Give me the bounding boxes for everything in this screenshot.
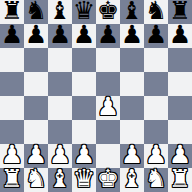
black-pawn-piece[interactable]: ♟ [1,23,23,47]
black-pawn-piece[interactable]: ♟ [145,23,167,47]
black-pawn-piece[interactable]: ♟ [73,23,95,47]
square-g1[interactable]: ♞ [144,168,168,192]
white-queen-piece[interactable]: ♛ [73,167,95,191]
black-pawn-piece[interactable]: ♟ [97,23,119,47]
square-h7[interactable]: ♟ [168,24,192,48]
square-d4[interactable] [72,96,96,120]
white-king-piece[interactable]: ♚ [97,167,119,191]
square-f1[interactable]: ♝ [120,168,144,192]
square-h4[interactable] [168,96,192,120]
black-pawn-piece[interactable]: ♟ [25,23,47,47]
square-f4[interactable] [120,96,144,120]
square-c6[interactable] [48,48,72,72]
black-pawn-piece[interactable]: ♟ [121,23,143,47]
square-b7[interactable]: ♟ [24,24,48,48]
square-g7[interactable]: ♟ [144,24,168,48]
square-c1[interactable]: ♝ [48,168,72,192]
square-d1[interactable]: ♛ [72,168,96,192]
square-g5[interactable] [144,72,168,96]
square-f7[interactable]: ♟ [120,24,144,48]
square-a7[interactable]: ♟ [0,24,24,48]
white-rook-piece[interactable]: ♜ [169,167,191,191]
square-e6[interactable] [96,48,120,72]
square-h1[interactable]: ♜ [168,168,192,192]
black-pawn-piece[interactable]: ♟ [49,23,71,47]
square-b5[interactable] [24,72,48,96]
square-e7[interactable]: ♟ [96,24,120,48]
square-h5[interactable] [168,72,192,96]
square-c5[interactable] [48,72,72,96]
square-b1[interactable]: ♞ [24,168,48,192]
square-e1[interactable]: ♚ [96,168,120,192]
square-h6[interactable] [168,48,192,72]
white-knight-piece[interactable]: ♞ [145,167,167,191]
square-f5[interactable] [120,72,144,96]
white-knight-piece[interactable]: ♞ [25,167,47,191]
square-d5[interactable] [72,72,96,96]
square-a4[interactable] [0,96,24,120]
square-c4[interactable] [48,96,72,120]
square-g6[interactable] [144,48,168,72]
square-c7[interactable]: ♟ [48,24,72,48]
square-e4[interactable]: ♟ [96,96,120,120]
square-d7[interactable]: ♟ [72,24,96,48]
square-d6[interactable] [72,48,96,72]
square-f6[interactable] [120,48,144,72]
square-b4[interactable] [24,96,48,120]
square-e3[interactable] [96,120,120,144]
white-rook-piece[interactable]: ♜ [1,167,23,191]
square-g4[interactable] [144,96,168,120]
square-a1[interactable]: ♜ [0,168,24,192]
square-a5[interactable] [0,72,24,96]
square-b6[interactable] [24,48,48,72]
black-pawn-piece[interactable]: ♟ [169,23,191,47]
white-bishop-piece[interactable]: ♝ [49,167,71,191]
square-a6[interactable] [0,48,24,72]
chess-board: ♜♞♝♛♚♝♞♜♟♟♟♟♟♟♟♟♟♟♟♟♟♟♟♟♜♞♝♛♚♝♞♜ [0,0,192,192]
white-pawn-piece[interactable]: ♟ [97,95,119,119]
white-bishop-piece[interactable]: ♝ [121,167,143,191]
